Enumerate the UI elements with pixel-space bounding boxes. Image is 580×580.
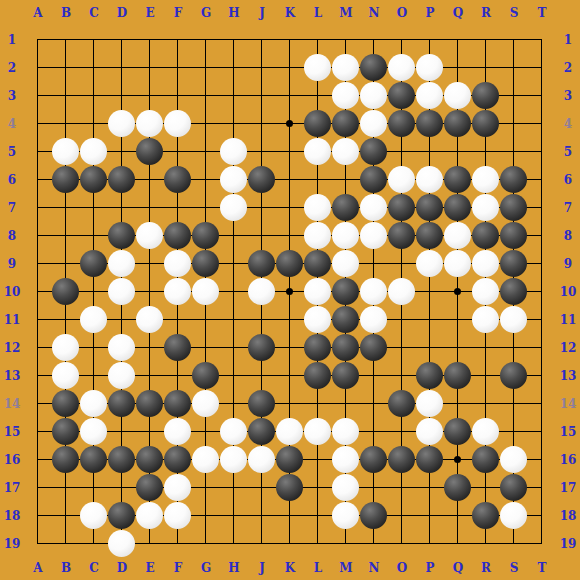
black-stone-Q4[interactable] [444, 110, 471, 137]
column-label-C: C [80, 0, 108, 26]
black-stone-E5[interactable] [136, 138, 163, 165]
row-label-15: 15 [556, 418, 580, 446]
column-label-R: R [472, 556, 500, 580]
white-stone-L7[interactable] [304, 194, 331, 221]
column-label-F: F [164, 0, 192, 26]
black-stone-Q6[interactable] [444, 166, 471, 193]
white-stone-R9[interactable] [472, 250, 499, 277]
column-label-B: B [52, 556, 80, 580]
column-label-J: J [248, 556, 276, 580]
black-stone-E17[interactable] [136, 474, 163, 501]
white-stone-O10[interactable] [388, 278, 415, 305]
row-label-19: 19 [0, 530, 24, 558]
white-stone-Q3[interactable] [444, 82, 471, 109]
white-stone-H16[interactable] [220, 446, 247, 473]
white-stone-R11[interactable] [472, 306, 499, 333]
white-stone-O6[interactable] [388, 166, 415, 193]
row-label-8: 8 [556, 222, 580, 250]
black-stone-G13[interactable] [192, 362, 219, 389]
column-label-N: N [360, 0, 388, 26]
row-label-9: 9 [0, 250, 24, 278]
column-label-K: K [276, 0, 304, 26]
row-label-18: 18 [0, 502, 24, 530]
row-label-17: 17 [0, 474, 24, 502]
black-stone-O4[interactable] [388, 110, 415, 137]
white-stone-M3[interactable] [332, 82, 359, 109]
row-label-17: 17 [556, 474, 580, 502]
white-stone-N3[interactable] [360, 82, 387, 109]
white-stone-J10[interactable] [248, 278, 275, 305]
white-stone-L2[interactable] [304, 54, 331, 81]
black-stone-F12[interactable] [164, 334, 191, 361]
column-label-A: A [24, 0, 52, 26]
row-label-14: 14 [0, 390, 24, 418]
black-stone-S10[interactable] [500, 278, 527, 305]
column-label-T: T [528, 556, 556, 580]
go-board[interactable] [24, 26, 556, 558]
column-label-F: F [164, 556, 192, 580]
white-stone-Q8[interactable] [444, 222, 471, 249]
column-label-H: H [220, 556, 248, 580]
black-stone-N12[interactable] [360, 334, 387, 361]
black-stone-N5[interactable] [360, 138, 387, 165]
black-stone-N18[interactable] [360, 502, 387, 529]
white-stone-B12[interactable] [52, 334, 79, 361]
black-stone-J14[interactable] [248, 390, 275, 417]
column-label-L: L [304, 556, 332, 580]
black-stone-D16[interactable] [108, 446, 135, 473]
white-stone-Q9[interactable] [444, 250, 471, 277]
white-stone-F17[interactable] [164, 474, 191, 501]
row-label-13: 13 [0, 362, 24, 390]
black-stone-L12[interactable] [304, 334, 331, 361]
white-stone-D9[interactable] [108, 250, 135, 277]
white-stone-P6[interactable] [416, 166, 443, 193]
white-stone-B5[interactable] [52, 138, 79, 165]
black-stone-L9[interactable] [304, 250, 331, 277]
row-label-19: 19 [556, 530, 580, 558]
black-stone-J6[interactable] [248, 166, 275, 193]
row-label-4: 4 [556, 110, 580, 138]
black-stone-N2[interactable] [360, 54, 387, 81]
row-label-5: 5 [556, 138, 580, 166]
black-stone-J12[interactable] [248, 334, 275, 361]
column-label-S: S [500, 556, 528, 580]
white-stone-J16[interactable] [248, 446, 275, 473]
white-stone-O2[interactable] [388, 54, 415, 81]
column-label-Q: Q [444, 556, 472, 580]
black-stone-R8[interactable] [472, 222, 499, 249]
white-stone-P2[interactable] [416, 54, 443, 81]
black-stone-C16[interactable] [80, 446, 107, 473]
black-stone-M10[interactable] [332, 278, 359, 305]
go-app-window: ABCDEFGHJKLMNOPQRST ABCDEFGHJKLMNOPQRST … [0, 0, 580, 580]
column-label-S: S [500, 0, 528, 26]
black-stone-O16[interactable] [388, 446, 415, 473]
black-stone-S8[interactable] [500, 222, 527, 249]
column-label-D: D [108, 0, 136, 26]
black-stone-M13[interactable] [332, 362, 359, 389]
row-label-16: 16 [556, 446, 580, 474]
row-label-18: 18 [556, 502, 580, 530]
white-stone-F18[interactable] [164, 502, 191, 529]
white-stone-F10[interactable] [164, 278, 191, 305]
white-stone-S16[interactable] [500, 446, 527, 473]
white-stone-L10[interactable] [304, 278, 331, 305]
column-label-G: G [192, 556, 220, 580]
black-stone-D14[interactable] [108, 390, 135, 417]
white-stone-L8[interactable] [304, 222, 331, 249]
column-labels-top: ABCDEFGHJKLMNOPQRST [24, 0, 556, 26]
white-stone-H6[interactable] [220, 166, 247, 193]
row-label-10: 10 [0, 278, 24, 306]
white-stone-N10[interactable] [360, 278, 387, 305]
white-stone-E4[interactable] [136, 110, 163, 137]
white-stone-M2[interactable] [332, 54, 359, 81]
black-stone-R18[interactable] [472, 502, 499, 529]
row-label-11: 11 [556, 306, 580, 334]
column-label-E: E [136, 556, 164, 580]
white-stone-C5[interactable] [80, 138, 107, 165]
white-stone-F9[interactable] [164, 250, 191, 277]
white-stone-R7[interactable] [472, 194, 499, 221]
column-label-G: G [192, 0, 220, 26]
white-stone-P3[interactable] [416, 82, 443, 109]
white-stone-P9[interactable] [416, 250, 443, 277]
row-label-1: 1 [0, 26, 24, 54]
black-stone-C9[interactable] [80, 250, 107, 277]
column-label-T: T [528, 0, 556, 26]
column-label-C: C [80, 556, 108, 580]
white-stone-D13[interactable] [108, 362, 135, 389]
row-label-2: 2 [556, 54, 580, 82]
black-stone-P13[interactable] [416, 362, 443, 389]
white-stone-M8[interactable] [332, 222, 359, 249]
row-label-6: 6 [556, 166, 580, 194]
row-label-4: 4 [0, 110, 24, 138]
row-label-12: 12 [0, 334, 24, 362]
white-stone-C15[interactable] [80, 418, 107, 445]
black-stone-O3[interactable] [388, 82, 415, 109]
black-stone-Q7[interactable] [444, 194, 471, 221]
white-stone-M18[interactable] [332, 502, 359, 529]
white-stone-C14[interactable] [80, 390, 107, 417]
black-stone-P8[interactable] [416, 222, 443, 249]
white-stone-G10[interactable] [192, 278, 219, 305]
black-stone-B14[interactable] [52, 390, 79, 417]
white-stone-B13[interactable] [52, 362, 79, 389]
black-stone-S13[interactable] [500, 362, 527, 389]
row-label-9: 9 [556, 250, 580, 278]
black-stone-B6[interactable] [52, 166, 79, 193]
white-stone-M15[interactable] [332, 418, 359, 445]
row-label-3: 3 [556, 82, 580, 110]
row-label-13: 13 [556, 362, 580, 390]
column-label-N: N [360, 556, 388, 580]
row-label-6: 6 [0, 166, 24, 194]
star-point-K4 [286, 120, 293, 127]
black-stone-C6[interactable] [80, 166, 107, 193]
white-stone-D10[interactable] [108, 278, 135, 305]
row-label-16: 16 [0, 446, 24, 474]
white-stone-R10[interactable] [472, 278, 499, 305]
column-label-M: M [332, 556, 360, 580]
black-stone-N6[interactable] [360, 166, 387, 193]
black-stone-P16[interactable] [416, 446, 443, 473]
column-label-Q: Q [444, 0, 472, 26]
white-stone-F15[interactable] [164, 418, 191, 445]
black-stone-S6[interactable] [500, 166, 527, 193]
black-stone-F16[interactable] [164, 446, 191, 473]
white-stone-N8[interactable] [360, 222, 387, 249]
black-stone-Q13[interactable] [444, 362, 471, 389]
black-stone-O7[interactable] [388, 194, 415, 221]
black-stone-O8[interactable] [388, 222, 415, 249]
white-stone-S11[interactable] [500, 306, 527, 333]
white-stone-L5[interactable] [304, 138, 331, 165]
black-stone-G9[interactable] [192, 250, 219, 277]
black-stone-M12[interactable] [332, 334, 359, 361]
black-stone-F6[interactable] [164, 166, 191, 193]
white-stone-E8[interactable] [136, 222, 163, 249]
black-stone-S17[interactable] [500, 474, 527, 501]
row-label-12: 12 [556, 334, 580, 362]
row-labels-left: 12345678910111213141516171819 [0, 26, 24, 558]
black-stone-M11[interactable] [332, 306, 359, 333]
white-stone-G16[interactable] [192, 446, 219, 473]
white-stone-H7[interactable] [220, 194, 247, 221]
black-stone-P4[interactable] [416, 110, 443, 137]
white-stone-P15[interactable] [416, 418, 443, 445]
black-stone-G8[interactable] [192, 222, 219, 249]
column-label-M: M [332, 0, 360, 26]
white-stone-D4[interactable] [108, 110, 135, 137]
column-label-R: R [472, 0, 500, 26]
white-stone-G14[interactable] [192, 390, 219, 417]
black-stone-E14[interactable] [136, 390, 163, 417]
white-stone-H15[interactable] [220, 418, 247, 445]
row-label-7: 7 [0, 194, 24, 222]
white-stone-N7[interactable] [360, 194, 387, 221]
white-stone-L11[interactable] [304, 306, 331, 333]
black-stone-P7[interactable] [416, 194, 443, 221]
white-stone-N11[interactable] [360, 306, 387, 333]
star-point-K10 [286, 288, 293, 295]
black-stone-M7[interactable] [332, 194, 359, 221]
white-stone-E11[interactable] [136, 306, 163, 333]
row-label-5: 5 [0, 138, 24, 166]
white-stone-D19[interactable] [108, 530, 135, 557]
white-stone-K15[interactable] [276, 418, 303, 445]
black-stone-J9[interactable] [248, 250, 275, 277]
row-label-3: 3 [0, 82, 24, 110]
white-stone-F4[interactable] [164, 110, 191, 137]
white-stone-R15[interactable] [472, 418, 499, 445]
white-stone-M9[interactable] [332, 250, 359, 277]
column-label-O: O [388, 0, 416, 26]
black-stone-D6[interactable] [108, 166, 135, 193]
row-label-11: 11 [0, 306, 24, 334]
black-stone-B16[interactable] [52, 446, 79, 473]
row-label-10: 10 [556, 278, 580, 306]
black-stone-L4[interactable] [304, 110, 331, 137]
black-stone-D8[interactable] [108, 222, 135, 249]
white-stone-D12[interactable] [108, 334, 135, 361]
white-stone-H5[interactable] [220, 138, 247, 165]
column-label-B: B [52, 0, 80, 26]
black-stone-F8[interactable] [164, 222, 191, 249]
white-stone-C18[interactable] [80, 502, 107, 529]
black-stone-F14[interactable] [164, 390, 191, 417]
white-stone-L15[interactable] [304, 418, 331, 445]
column-label-P: P [416, 0, 444, 26]
black-stone-Q15[interactable] [444, 418, 471, 445]
white-stone-S18[interactable] [500, 502, 527, 529]
black-stone-Q17[interactable] [444, 474, 471, 501]
row-label-1: 1 [556, 26, 580, 54]
black-stone-O14[interactable] [388, 390, 415, 417]
black-stone-N16[interactable] [360, 446, 387, 473]
white-stone-R6[interactable] [472, 166, 499, 193]
black-stone-L13[interactable] [304, 362, 331, 389]
column-label-L: L [304, 0, 332, 26]
white-stone-P14[interactable] [416, 390, 443, 417]
black-stone-R4[interactable] [472, 110, 499, 137]
black-stone-B15[interactable] [52, 418, 79, 445]
black-stone-K17[interactable] [276, 474, 303, 501]
row-label-14: 14 [556, 390, 580, 418]
row-labels-right: 12345678910111213141516171819 [556, 26, 580, 558]
star-point-Q16 [454, 456, 461, 463]
black-stone-J15[interactable] [248, 418, 275, 445]
column-label-P: P [416, 556, 444, 580]
white-stone-M17[interactable] [332, 474, 359, 501]
white-stone-E18[interactable] [136, 502, 163, 529]
black-stone-S9[interactable] [500, 250, 527, 277]
column-label-O: O [388, 556, 416, 580]
column-label-E: E [136, 0, 164, 26]
star-point-Q10 [454, 288, 461, 295]
column-label-H: H [220, 0, 248, 26]
black-stone-M4[interactable] [332, 110, 359, 137]
column-label-K: K [276, 556, 304, 580]
row-label-8: 8 [0, 222, 24, 250]
black-stone-R3[interactable] [472, 82, 499, 109]
black-stone-R16[interactable] [472, 446, 499, 473]
black-stone-E16[interactable] [136, 446, 163, 473]
black-stone-K16[interactable] [276, 446, 303, 473]
column-labels-bottom: ABCDEFGHJKLMNOPQRST [24, 556, 556, 580]
column-label-A: A [24, 556, 52, 580]
black-stone-S7[interactable] [500, 194, 527, 221]
column-label-J: J [248, 0, 276, 26]
row-label-15: 15 [0, 418, 24, 446]
white-stone-C11[interactable] [80, 306, 107, 333]
column-label-D: D [108, 556, 136, 580]
black-stone-B10[interactable] [52, 278, 79, 305]
row-label-2: 2 [0, 54, 24, 82]
black-stone-K9[interactable] [276, 250, 303, 277]
white-stone-M5[interactable] [332, 138, 359, 165]
white-stone-N4[interactable] [360, 110, 387, 137]
black-stone-D18[interactable] [108, 502, 135, 529]
row-label-7: 7 [556, 194, 580, 222]
white-stone-M16[interactable] [332, 446, 359, 473]
